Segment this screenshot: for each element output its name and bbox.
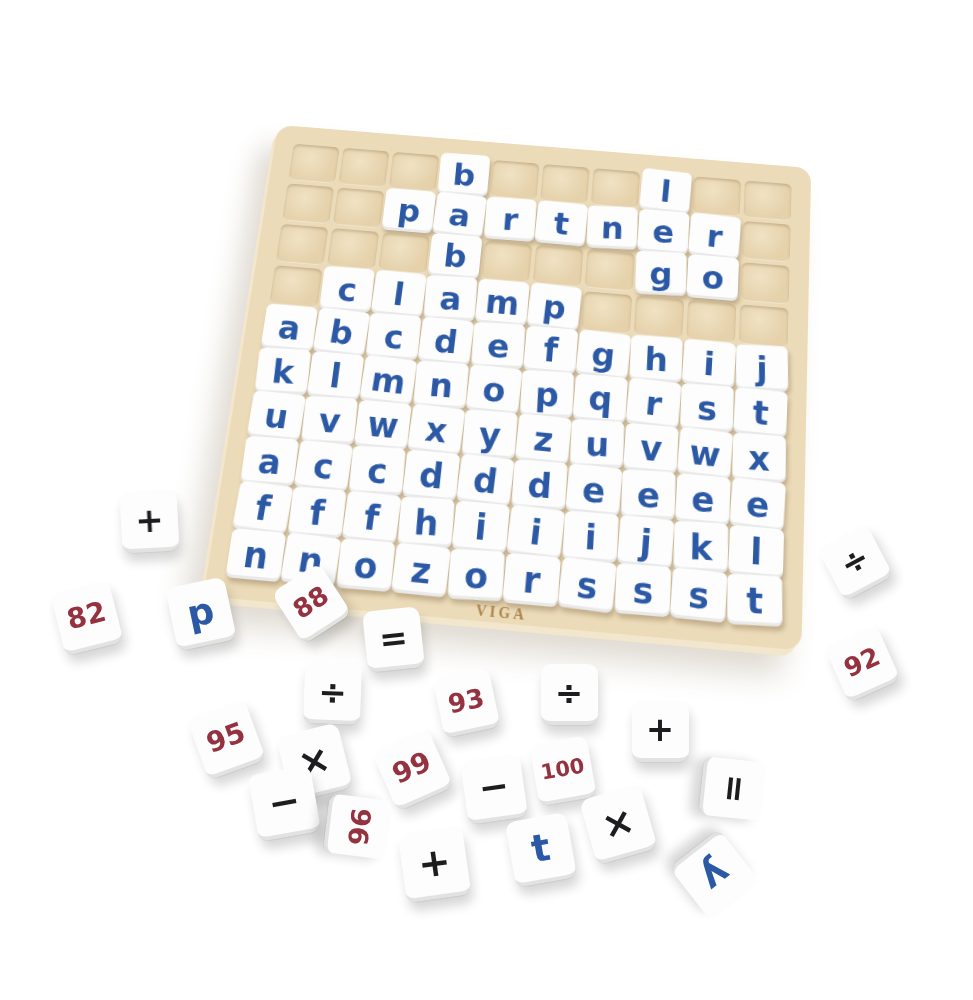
loose-tile-number-99[interactable]: 99 [371, 727, 453, 811]
board-cell-r6c2: l [309, 355, 363, 399]
board-tile-s-r10c9[interactable]: s [670, 567, 728, 623]
loose-tile-symbol-−[interactable]: − [460, 753, 528, 825]
board-cell-r5c5: e [472, 325, 524, 369]
board-cell-r7c2: v [302, 399, 357, 444]
board-cell-r8c5: d [459, 458, 513, 505]
alphabet-board: blpartnerbgoclampabcdefghijklmnopqrstuvw… [203, 125, 811, 651]
board-tile-l-r9c10[interactable]: l [728, 525, 784, 579]
board-cell-r10c4: z [393, 547, 449, 596]
board-cell-r6c4: n [415, 364, 468, 409]
board-cell-r4c4: a [425, 278, 477, 321]
board-cell-r9c8: j [619, 519, 672, 567]
loose-tile-symbol-+[interactable]: + [632, 701, 689, 762]
board-cell-r6c3: m [362, 360, 416, 405]
board-tile-l-r1c8[interactable]: l [639, 168, 692, 215]
board-cell-r8c4: d [404, 454, 459, 501]
board-cell-r1c2 [338, 148, 389, 188]
loose-tile-number-92[interactable]: 92 [824, 624, 901, 703]
board-tile-a-r5c1[interactable]: a [261, 303, 318, 351]
board-grid: blpartnerbgoclampabcdefghijklmnopqrstuvw… [228, 144, 792, 627]
board-cell-r10c8: s [616, 567, 670, 616]
board-tile-e-r8c8[interactable]: e [621, 469, 676, 520]
loose-tile-symbol-÷[interactable]: ÷ [817, 523, 893, 601]
scene: blpartnerbgoclampabcdefghijklmnopqrstuvw… [0, 0, 973, 1000]
board-tile-k-r9c9[interactable]: k [673, 521, 728, 573]
board-cell-r2c5: r [485, 200, 536, 241]
board-tile-b-r3c4[interactable]: b [428, 233, 483, 280]
board-cell-r6c6: p [521, 373, 573, 418]
board-cell-r1c9 [692, 176, 741, 217]
board-cell-r1c5 [490, 160, 540, 200]
board-cell-r1c3 [389, 152, 440, 192]
board-tile-r-r2c5[interactable]: r [484, 197, 537, 242]
board-cell-r1c6 [540, 164, 590, 204]
board-cell-r7c5: y [463, 413, 517, 459]
board-cell-r2c2 [333, 188, 385, 229]
board-cell-r9c2: f [289, 490, 345, 537]
board-cell-r4c7 [581, 291, 632, 334]
board-cell-r9c7: i [564, 515, 618, 563]
board-tile-b-r5c2[interactable]: b [312, 307, 370, 357]
board-cell-r6c8: r [628, 382, 680, 427]
board-tile-f-r9c3[interactable]: f [342, 490, 402, 544]
loose-tile-letter-t[interactable]: t [505, 812, 578, 888]
board-tile-c-r8c2[interactable]: c [294, 440, 354, 493]
board-tile-l-r6c2[interactable]: l [307, 351, 365, 401]
board-cell-r2c1 [282, 183, 334, 224]
board-cell-r10c7: s [560, 562, 615, 611]
board-cell-r7c1: u [249, 395, 304, 440]
board-cell-r5c1: a [263, 307, 317, 350]
board-tile-h-r9c4[interactable]: h [397, 497, 454, 548]
board-cell-r9c6: i [509, 510, 563, 558]
board-tile-m-r6c3[interactable]: m [359, 355, 418, 406]
board-cell-r9c10: l [730, 529, 783, 577]
board-cell-r3c10 [740, 262, 789, 304]
board-tile-m-r4c5[interactable]: m [475, 279, 530, 327]
board-cell-r6c9: s [682, 387, 733, 432]
board-cell-r6c5: o [468, 369, 521, 414]
board-cell-r2c4: a [434, 196, 485, 237]
loose-tile-symbol-=[interactable]: = [698, 755, 767, 820]
board-tile-a-r4c4[interactable]: a [423, 275, 477, 321]
board-tile-k-r6c1[interactable]: k [255, 347, 312, 395]
board-tile-e-r2c8[interactable]: e [637, 209, 690, 255]
board-cell-r4c2: c [321, 270, 374, 313]
board-tile-f-r5c6[interactable]: f [523, 326, 578, 375]
board-tile-s-r10c8[interactable]: s [615, 563, 672, 617]
board-cell-r2c7: n [588, 208, 638, 249]
board-cell-r10c10: t [729, 577, 782, 626]
board-tile-p-r2c3[interactable]: p [381, 188, 436, 234]
board-cell-r8c9: e [677, 477, 729, 524]
board-cell-r3c1 [276, 224, 329, 266]
board-cell-r9c4: h [399, 500, 454, 548]
board-cell-r5c2: b [315, 312, 368, 355]
board-cell-r7c10: x [734, 436, 785, 482]
loose-tile-symbol-÷[interactable]: ÷ [541, 664, 598, 725]
board-cell-r10c9: s [672, 572, 726, 621]
board-cell-r3c3 [378, 232, 430, 274]
board-cell-r7c8: v [625, 427, 677, 473]
board-cell-r10c1: n [228, 533, 285, 581]
loose-tile-number-95[interactable]: 95 [186, 698, 266, 780]
board-cell-r3c6 [533, 245, 584, 287]
board-tile-r-r6c8[interactable]: r [625, 377, 681, 429]
board-tile-x-r7c10[interactable]: x [732, 433, 786, 484]
board-cell-r7c3: w [356, 404, 410, 449]
board-tile-r-r2c9[interactable]: r [688, 212, 742, 260]
board-cell-r4c1 [269, 265, 322, 307]
board-tile-o-r6c5[interactable]: o [465, 364, 522, 415]
board-tile-a-r8c1[interactable]: a [240, 436, 299, 487]
board-cell-r10c6: r [505, 557, 560, 606]
board-cell-r9c1: f [235, 486, 291, 533]
board-cell-r1c1 [288, 144, 339, 184]
board-tile-u-r7c7[interactable]: u [570, 419, 625, 468]
board-tile-c-r8c3[interactable]: c [349, 446, 406, 496]
board-cell-r5c7: g [578, 334, 629, 378]
board-cell-r2c8: e [639, 213, 688, 254]
board-tile-f-r9c2[interactable]: f [288, 486, 347, 538]
board-cell-r2c6: t [536, 204, 586, 245]
board-cell-r9c3: f [344, 495, 400, 543]
board-cell-r3c2 [327, 228, 379, 270]
board-cell-r3c9: o [688, 258, 738, 300]
board-cell-r3c5 [481, 241, 532, 283]
board-cell-r5c4: d [420, 321, 473, 365]
board-tile-e-r8c9[interactable]: e [675, 473, 731, 526]
board-cell-r1c7 [591, 168, 640, 208]
board-cell-r2c3: p [384, 192, 435, 233]
board-tile-d-r5c4[interactable]: d [417, 316, 474, 366]
board-cell-r8c7: e [568, 468, 621, 515]
board-cell-r6c1: k [256, 351, 310, 395]
board-cell-r2c10 [742, 221, 791, 263]
board-tile-e-r5c5[interactable]: e [471, 322, 525, 369]
board-cell-r8c2: c [296, 444, 351, 490]
board-cell-r7c4: x [410, 408, 464, 454]
board-tile-d-r8c5[interactable]: d [456, 453, 515, 507]
board-cell-r2c9: r [690, 217, 739, 258]
board-cell-r4c5: m [477, 283, 529, 326]
board-cell-r3c7 [585, 249, 635, 291]
board-tile-o-r3c9[interactable]: o [686, 254, 739, 301]
board-cell-r10c3: o [338, 542, 394, 591]
board-cell-r5c8: h [631, 338, 682, 382]
board-cell-r1c4: b [439, 156, 489, 196]
board-tile-q-r6c7[interactable]: q [573, 374, 628, 424]
board-cell-r8c8: e [622, 473, 675, 520]
board-tile-j-r9c8[interactable]: j [617, 515, 675, 569]
board-tile-h-r5c8[interactable]: h [629, 335, 683, 383]
board-cell-r9c5: i [454, 505, 509, 553]
board-tile-g-r3c8[interactable]: g [635, 251, 687, 297]
board-cell-r5c6: f [525, 330, 577, 374]
loose-tile-symbol-=[interactable]: = [361, 606, 424, 673]
board-cell-r5c10: j [737, 347, 787, 391]
board-tile-o-r10c5[interactable]: o [447, 549, 505, 602]
board-cell-r8c10: e [732, 482, 784, 529]
board-tile-t-r2c6[interactable]: t [534, 200, 588, 247]
board-cell-r1c8: l [642, 172, 691, 213]
board-cell-r7c9: w [680, 432, 732, 478]
board-cell-r7c7: u [571, 422, 624, 468]
loose-tile-symbol-÷[interactable]: ÷ [302, 662, 361, 725]
board-tile-r-r10c6[interactable]: r [502, 553, 561, 608]
board-tile-g-r5c7[interactable]: g [575, 329, 631, 380]
loose-tile-symbol-+[interactable]: + [119, 489, 179, 553]
board-tile-w-r7c9[interactable]: w [677, 427, 734, 480]
board-tile-f-r9c1[interactable]: f [232, 480, 294, 534]
board-cell-r8c1: a [242, 440, 298, 486]
board-tile-s-r10c7[interactable]: s [557, 557, 617, 613]
board-tile-x-r7c4[interactable]: x [407, 403, 466, 456]
board-tile-u-r7c1[interactable]: u [247, 390, 307, 441]
board-tile-c-r5c3[interactable]: c [366, 313, 422, 361]
board-tile-a-r2c4[interactable]: a [432, 191, 488, 238]
board-tile-b-r1c4[interactable]: b [437, 153, 490, 197]
board-tile-i-r9c6[interactable]: i [506, 504, 565, 559]
board-cell-r5c9: i [684, 343, 735, 387]
board-cell-r4c6: p [529, 287, 580, 330]
board-tile-t-r6c10[interactable]: t [733, 387, 788, 438]
board-cell-r4c3: l [373, 274, 425, 317]
board-cell-r4c9 [686, 300, 736, 343]
board-tile-e-r8c7[interactable]: e [565, 463, 622, 516]
board-cell-r5c3: c [367, 316, 420, 360]
viga-logo: VIGA [475, 602, 528, 624]
loose-tile-number-93[interactable]: 93 [432, 666, 500, 738]
loose-tile-letter-y[interactable]: y [669, 828, 760, 920]
board-tile-e-r8c10[interactable]: e [729, 477, 786, 531]
board-tile-d-r8c6[interactable]: d [511, 459, 567, 510]
board-cell-r6c10: t [736, 391, 787, 436]
board-cell-r3c8: g [636, 254, 686, 296]
board-tile-i-r9c5[interactable]: i [452, 500, 510, 553]
board-tile-w-r7c3[interactable]: w [354, 400, 412, 451]
loose-tile-number-96[interactable]: 96 [322, 793, 392, 859]
board-cell-r10c5: o [449, 552, 504, 601]
board-tile-v-r7c8[interactable]: v [623, 423, 679, 474]
loose-tile-letter-p[interactable]: p [165, 576, 237, 651]
board-tile-z-r7c6[interactable]: z [515, 413, 572, 465]
loose-tile-number-100[interactable]: 100 [529, 735, 597, 806]
board-tile-p-r6c6[interactable]: p [520, 370, 574, 418]
board-cell-r8c6: d [513, 463, 567, 510]
board-cell-r6c7: q [575, 378, 627, 423]
loose-tile-symbol-−[interactable]: − [247, 765, 321, 842]
board-tile-l-r4c3[interactable]: l [370, 270, 427, 318]
board-tile-i-r5c9[interactable]: i [682, 338, 737, 388]
board-tile-o-r10c3[interactable]: o [336, 538, 395, 591]
board-tile-i-r9c7[interactable]: i [562, 511, 619, 564]
board-cell-r9c9: k [675, 524, 728, 572]
board-tile-n-r2c7[interactable]: n [586, 205, 638, 249]
board-tile-v-r7c2[interactable]: v [301, 396, 358, 445]
board-tile-n-r6c4[interactable]: n [413, 360, 469, 409]
loose-tile-number-82[interactable]: 82 [50, 580, 124, 657]
board-cell-r1c10 [743, 180, 791, 221]
board-tile-t-r10c10[interactable]: t [727, 574, 782, 627]
board-cell-r7c6: z [517, 418, 570, 464]
board-tile-n-r10c1[interactable]: n [225, 528, 286, 582]
board-cell-r8c3: c [350, 449, 405, 495]
board-cell-r4c10 [739, 304, 789, 347]
board-cell-r4c8 [634, 296, 685, 339]
board-tile-c-r4c2[interactable]: c [319, 266, 375, 313]
board-tile-s-r6c9[interactable]: s [680, 383, 734, 432]
loose-tile-symbol-+[interactable]: + [397, 825, 471, 902]
board-cell-r3c4: b [430, 237, 482, 279]
board-tile-z-r10c4[interactable]: z [391, 542, 451, 597]
board-tile-j-r5c10[interactable]: j [736, 344, 788, 392]
board-tile-y-r7c5[interactable]: y [462, 409, 518, 459]
board-tile-p-r4c6[interactable]: p [526, 282, 582, 331]
board-tile-d-r8c4[interactable]: d [402, 449, 460, 501]
